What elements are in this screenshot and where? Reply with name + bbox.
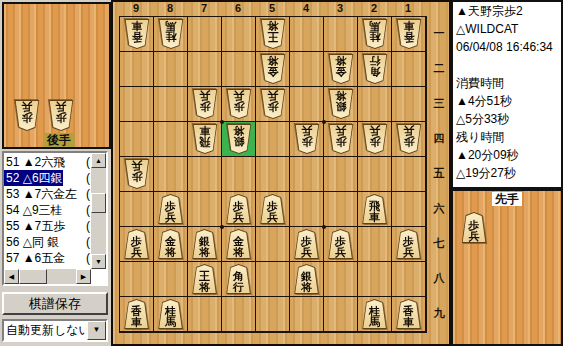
- piece-kanji: 角行: [226, 264, 252, 294]
- save-kifu-button[interactable]: 棋譜保存: [2, 292, 108, 315]
- sente-piece-歩兵[interactable]: 歩兵: [124, 229, 150, 259]
- gote-piece-歩兵[interactable]: 歩兵: [328, 124, 354, 154]
- move-text: 56 △同 銀: [4, 234, 59, 250]
- sente-piece-飛車[interactable]: 飛車: [362, 194, 388, 224]
- gote-piece-歩兵[interactable]: 歩兵: [14, 100, 40, 131]
- piece-kanji: 歩兵: [158, 194, 184, 224]
- gote-piece-桂馬[interactable]: 桂馬: [362, 19, 388, 49]
- piece-kanji: 歩兵: [362, 124, 388, 154]
- square-44[interactable]: 歩兵: [290, 122, 324, 157]
- rank-labels: 一二三四五六七八九: [430, 16, 448, 331]
- square-47[interactable]: 歩兵: [290, 227, 324, 262]
- sente-piece-歩兵[interactable]: 歩兵: [158, 194, 184, 224]
- square-72[interactable]: [188, 52, 222, 87]
- piece-kanji: 歩兵: [461, 212, 487, 243]
- square-36[interactable]: [324, 192, 358, 227]
- piece-kanji: 歩兵: [124, 159, 150, 189]
- sente-piece-歩兵[interactable]: 歩兵: [328, 229, 354, 259]
- sente-piece-歩兵[interactable]: 歩兵: [260, 194, 286, 224]
- square-64[interactable]: 銀将: [222, 122, 256, 157]
- rank-label-6: 六: [430, 191, 448, 226]
- auto-update-value: 自動更新しない: [6, 322, 91, 339]
- scroll-down-button[interactable]: ▼: [91, 254, 106, 269]
- square-15[interactable]: [392, 157, 426, 192]
- square-61[interactable]: [222, 17, 256, 52]
- square-63[interactable]: 歩兵: [222, 87, 256, 122]
- square-12[interactable]: [392, 52, 426, 87]
- gote-piece-王将[interactable]: 王将: [260, 19, 286, 49]
- square-29[interactable]: 桂馬: [358, 297, 392, 332]
- piece-kanji: 香車: [124, 299, 150, 329]
- square-22[interactable]: 角行: [358, 52, 392, 87]
- piece-kanji: 歩兵: [260, 89, 286, 119]
- square-85[interactable]: [154, 157, 188, 192]
- piece-kanji: 歩兵: [328, 124, 354, 154]
- square-71[interactable]: [188, 17, 222, 52]
- sente-hand-tray: 先手 歩兵: [451, 189, 563, 346]
- square-16[interactable]: [392, 192, 426, 227]
- square-99[interactable]: 香車: [120, 297, 154, 332]
- piece-kanji: 歩兵: [396, 124, 422, 154]
- piece-kanji: 歩兵: [260, 194, 286, 224]
- piece-kanji: 銀将: [294, 264, 320, 294]
- piece-kanji: 歩兵: [396, 229, 422, 259]
- info-line-8: ▲20分09秒: [453, 146, 561, 164]
- scroll-right-button[interactable]: ▶: [76, 269, 91, 284]
- square-34[interactable]: 歩兵: [324, 122, 358, 157]
- gote-piece-角行[interactable]: 角行: [362, 54, 388, 84]
- piece-kanji: 香車: [124, 19, 150, 49]
- piece-kanji: 歩兵: [226, 89, 252, 119]
- square-93[interactable]: [120, 87, 154, 122]
- file-label-7: 7: [187, 2, 221, 15]
- move-text: 53 ▲7六金左: [4, 186, 77, 202]
- gote-piece-銀将[interactable]: 銀将: [226, 124, 252, 154]
- square-82[interactable]: [154, 52, 188, 87]
- gote-piece-歩兵[interactable]: 歩兵: [226, 89, 252, 119]
- scroll-left-button[interactable]: ◀: [4, 269, 19, 284]
- sente-piece-歩兵[interactable]: 歩兵: [461, 212, 487, 243]
- gote-piece-歩兵[interactable]: 歩兵: [48, 100, 74, 131]
- file-labels: 987654321: [119, 2, 425, 15]
- square-45[interactable]: [290, 157, 324, 192]
- gote-piece-銀将[interactable]: 銀将: [328, 89, 354, 119]
- shogi-client-window: 歩兵歩兵 後手 51 ▲2六飛(52 △6四銀(53 ▲7六金左(54 △9三桂…: [0, 0, 563, 346]
- move-rows: 51 ▲2六飛(52 △6四銀(53 ▲7六金左(54 △9三桂(55 ▲7五歩…: [4, 153, 91, 269]
- square-83[interactable]: [154, 87, 188, 122]
- rank-label-8: 八: [430, 261, 448, 296]
- file-label-5: 5: [255, 2, 289, 15]
- square-23[interactable]: [358, 87, 392, 122]
- piece-kanji: 金将: [328, 54, 354, 84]
- piece-kanji: 金将: [260, 54, 286, 84]
- gote-piece-金将[interactable]: 金将: [260, 54, 286, 84]
- info-line-6: △5分33秒: [453, 110, 561, 128]
- info-line-2: 06/04/08 16:46:34: [453, 38, 561, 56]
- rank-label-4: 四: [430, 121, 448, 156]
- square-78[interactable]: 王将: [188, 262, 222, 297]
- move-row-52[interactable]: 52 △6四銀(: [4, 170, 91, 186]
- square-89[interactable]: 桂馬: [154, 297, 188, 332]
- square-81[interactable]: 桂馬: [154, 17, 188, 52]
- gote-piece-歩兵[interactable]: 歩兵: [294, 124, 320, 154]
- rank-label-3: 三: [430, 86, 448, 121]
- move-text: 57 ▲6五金: [4, 250, 65, 266]
- piece-kanji: 桂馬: [362, 19, 388, 49]
- sente-piece-王将[interactable]: 王将: [192, 264, 218, 294]
- square-33[interactable]: 銀将: [324, 87, 358, 122]
- horizontal-scroll-thumb[interactable]: [19, 269, 47, 284]
- sente-piece-歩兵[interactable]: 歩兵: [226, 194, 252, 224]
- move-row-53[interactable]: 53 ▲7六金左(: [4, 186, 91, 202]
- square-69[interactable]: [222, 297, 256, 332]
- square-95[interactable]: 歩兵: [120, 157, 154, 192]
- square-57[interactable]: [256, 227, 290, 262]
- hoshi-dot-1: [220, 120, 224, 124]
- square-94[interactable]: [120, 122, 154, 157]
- square-67[interactable]: 金将: [222, 227, 256, 262]
- move-row-57[interactable]: 57 ▲6五金(: [4, 250, 91, 266]
- file-label-4: 4: [289, 2, 323, 15]
- sente-piece-歩兵[interactable]: 歩兵: [396, 229, 422, 259]
- piece-kanji: 歩兵: [124, 229, 150, 259]
- square-86[interactable]: 歩兵: [154, 192, 188, 227]
- piece-kanji: 歩兵: [294, 124, 320, 154]
- file-label-8: 8: [153, 2, 187, 15]
- square-55[interactable]: [256, 157, 290, 192]
- gote-piece-歩兵[interactable]: 歩兵: [124, 159, 150, 189]
- square-41[interactable]: [290, 17, 324, 52]
- vertical-scroll-thumb[interactable]: [91, 193, 106, 213]
- square-46[interactable]: [290, 192, 324, 227]
- rank-label-5: 五: [430, 156, 448, 191]
- square-79[interactable]: [188, 297, 222, 332]
- square-18[interactable]: [392, 262, 426, 297]
- square-11[interactable]: 香車: [392, 17, 426, 52]
- piece-kanji: 角行: [362, 54, 388, 84]
- hoshi-dot-2: [322, 120, 326, 124]
- file-label-9: 9: [119, 2, 153, 15]
- square-38[interactable]: [324, 262, 358, 297]
- move-text: 54 △9三桂: [4, 202, 63, 218]
- move-text: 51 ▲2六飛: [4, 154, 65, 170]
- square-54[interactable]: [256, 122, 290, 157]
- move-row-51[interactable]: 51 ▲2六飛(: [4, 154, 91, 170]
- square-58[interactable]: [256, 262, 290, 297]
- piece-kanji: 飛車: [362, 194, 388, 224]
- piece-kanji: 歩兵: [48, 100, 74, 131]
- square-52[interactable]: 金将: [256, 52, 290, 87]
- square-43[interactable]: [290, 87, 324, 122]
- move-text: 52 △6四銀: [4, 170, 63, 186]
- shogi-board: 987654321 一二三四五六七八九 香車桂馬王将桂馬香車金将金将角行歩兵歩兵…: [111, 0, 451, 346]
- info-line-4: 消費時間: [453, 74, 561, 92]
- square-13[interactable]: [392, 87, 426, 122]
- square-19[interactable]: 香車: [392, 297, 426, 332]
- piece-kanji: 香車: [396, 19, 422, 49]
- square-42[interactable]: [290, 52, 324, 87]
- square-39[interactable]: [324, 297, 358, 332]
- square-37[interactable]: 歩兵: [324, 227, 358, 262]
- square-75[interactable]: [188, 157, 222, 192]
- square-65[interactable]: [222, 157, 256, 192]
- square-24[interactable]: 歩兵: [358, 122, 392, 157]
- square-51[interactable]: 王将: [256, 17, 290, 52]
- square-26[interactable]: 飛車: [358, 192, 392, 227]
- auto-update-dropdown[interactable]: 自動更新しない ▼: [2, 319, 108, 342]
- piece-kanji: 歩兵: [192, 89, 218, 119]
- square-88[interactable]: [154, 262, 188, 297]
- sente-piece-銀将[interactable]: 銀将: [192, 229, 218, 259]
- square-25[interactable]: [358, 157, 392, 192]
- gote-label: 後手: [44, 133, 74, 147]
- rank-label-2: 二: [430, 51, 448, 86]
- move-row-55[interactable]: 55 ▲7五歩(: [4, 218, 91, 234]
- sente-piece-桂馬[interactable]: 桂馬: [158, 299, 184, 329]
- sente-piece-銀将[interactable]: 銀将: [294, 264, 320, 294]
- square-62[interactable]: [222, 52, 256, 87]
- square-76[interactable]: [188, 192, 222, 227]
- rank-label-9: 九: [430, 296, 448, 331]
- scroll-up-button[interactable]: ▲: [91, 153, 106, 168]
- piece-kanji: 歩兵: [294, 229, 320, 259]
- info-line-0: ▲天野宗歩2: [453, 2, 561, 20]
- gote-piece-香車[interactable]: 香車: [124, 19, 150, 49]
- sente-piece-香車[interactable]: 香車: [396, 299, 422, 329]
- move-row-54[interactable]: 54 △9三桂(: [4, 202, 91, 218]
- square-14[interactable]: 歩兵: [392, 122, 426, 157]
- sente-piece-金将[interactable]: 金将: [158, 229, 184, 259]
- square-98[interactable]: [120, 262, 154, 297]
- square-96[interactable]: [120, 192, 154, 227]
- square-66[interactable]: 歩兵: [222, 192, 256, 227]
- chevron-down-icon[interactable]: ▼: [87, 321, 106, 340]
- file-label-6: 6: [221, 2, 255, 15]
- piece-kanji: 王将: [192, 264, 218, 294]
- square-21[interactable]: 桂馬: [358, 17, 392, 52]
- rank-label-7: 七: [430, 226, 448, 261]
- sente-piece-香車[interactable]: 香車: [124, 299, 150, 329]
- sente-piece-角行[interactable]: 角行: [226, 264, 252, 294]
- board-grid: 香車桂馬王将桂馬香車金将金将角行歩兵歩兵歩兵銀将飛車銀将歩兵歩兵歩兵歩兵歩兵歩兵…: [119, 16, 427, 333]
- piece-kanji: 金将: [158, 229, 184, 259]
- piece-kanji: 飛車: [192, 124, 218, 154]
- square-31[interactable]: [324, 17, 358, 52]
- piece-kanji: 桂馬: [158, 19, 184, 49]
- info-line-9: △19分27秒: [453, 164, 561, 182]
- info-line-7: 残り時間: [453, 128, 561, 146]
- info-line-5: ▲4分51秒: [453, 92, 561, 110]
- square-35[interactable]: [324, 157, 358, 192]
- square-59[interactable]: [256, 297, 290, 332]
- gote-piece-飛車[interactable]: 飛車: [192, 124, 218, 154]
- square-92[interactable]: [120, 52, 154, 87]
- hoshi-dot-3: [220, 225, 224, 229]
- sente-label: 先手: [492, 192, 522, 206]
- move-row-56[interactable]: 56 △同 銀(: [4, 234, 91, 250]
- move-list[interactable]: 51 ▲2六飛(52 △6四銀(53 ▲7六金左(54 △9三桂(55 ▲7五歩…: [2, 151, 108, 286]
- sente-piece-金将[interactable]: 金将: [226, 229, 252, 259]
- square-68[interactable]: 角行: [222, 262, 256, 297]
- piece-kanji: 桂馬: [158, 299, 184, 329]
- square-56[interactable]: 歩兵: [256, 192, 290, 227]
- info-spacer: [453, 56, 561, 74]
- move-list-horizontal-scrollbar[interactable]: ◀ ▶: [4, 269, 91, 284]
- square-73[interactable]: 歩兵: [188, 87, 222, 122]
- gote-piece-歩兵[interactable]: 歩兵: [192, 89, 218, 119]
- square-84[interactable]: [154, 122, 188, 157]
- square-27[interactable]: [358, 227, 392, 262]
- gote-piece-桂馬[interactable]: 桂馬: [158, 19, 184, 49]
- piece-kanji: 銀将: [226, 124, 252, 154]
- square-53[interactable]: 歩兵: [256, 87, 290, 122]
- gote-hand-tray: 歩兵歩兵 後手: [2, 2, 111, 149]
- piece-kanji: 金将: [226, 229, 252, 259]
- gote-piece-香車[interactable]: 香車: [396, 19, 422, 49]
- square-32[interactable]: 金将: [324, 52, 358, 87]
- piece-kanji: 銀将: [328, 89, 354, 119]
- game-info-panel: ▲天野宗歩2△WILDCAT06/04/08 16:46:34消費時間▲4分51…: [451, 0, 563, 189]
- square-17[interactable]: 歩兵: [392, 227, 426, 262]
- piece-kanji: 歩兵: [14, 100, 40, 131]
- square-28[interactable]: [358, 262, 392, 297]
- square-77[interactable]: 銀将: [188, 227, 222, 262]
- move-list-vertical-scrollbar[interactable]: ▲ ▼: [91, 153, 106, 269]
- piece-kanji: 歩兵: [328, 229, 354, 259]
- piece-kanji: 桂馬: [362, 299, 388, 329]
- piece-kanji: 銀将: [192, 229, 218, 259]
- square-74[interactable]: 飛車: [188, 122, 222, 157]
- file-label-3: 3: [323, 2, 357, 15]
- square-87[interactable]: 金将: [154, 227, 188, 262]
- piece-kanji: 王将: [260, 19, 286, 49]
- piece-kanji: 歩兵: [226, 194, 252, 224]
- sente-piece-桂馬[interactable]: 桂馬: [362, 299, 388, 329]
- gote-piece-歩兵[interactable]: 歩兵: [396, 124, 422, 154]
- rank-label-1: 一: [430, 16, 448, 51]
- square-49[interactable]: [290, 297, 324, 332]
- gote-piece-歩兵[interactable]: 歩兵: [260, 89, 286, 119]
- move-text: 55 ▲7五歩: [4, 218, 65, 234]
- info-line-1: △WILDCAT: [453, 20, 561, 38]
- gote-piece-歩兵[interactable]: 歩兵: [362, 124, 388, 154]
- file-label-1: 1: [391, 2, 425, 15]
- square-48[interactable]: 銀将: [290, 262, 324, 297]
- square-91[interactable]: 香車: [120, 17, 154, 52]
- square-97[interactable]: 歩兵: [120, 227, 154, 262]
- sente-piece-歩兵[interactable]: 歩兵: [294, 229, 320, 259]
- piece-kanji: 香車: [396, 299, 422, 329]
- hoshi-dot-4: [322, 225, 326, 229]
- file-label-2: 2: [357, 2, 391, 15]
- gote-piece-金将[interactable]: 金将: [328, 54, 354, 84]
